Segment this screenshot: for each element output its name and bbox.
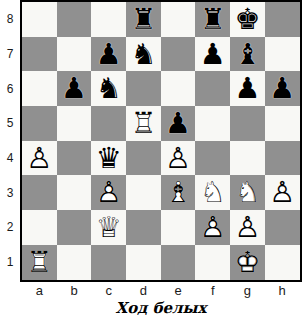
square-g1[interactable]: ♚♔ <box>230 245 265 280</box>
piece-black-pawn: ♟ <box>161 106 196 141</box>
square-b4[interactable] <box>57 141 92 176</box>
square-h6[interactable]: ♟ <box>265 71 300 106</box>
square-e3[interactable]: ♝♗ <box>161 175 196 210</box>
square-g4[interactable] <box>230 141 265 176</box>
rank-label-4: 4 <box>0 141 20 176</box>
piece-white-knight: ♞♘ <box>230 175 265 210</box>
piece-black-knight: ♞ <box>91 71 126 106</box>
square-f6[interactable] <box>195 71 230 106</box>
square-d5[interactable]: ♜♖ <box>126 106 161 141</box>
square-c5[interactable] <box>91 106 126 141</box>
square-c1[interactable] <box>91 245 126 280</box>
square-b8[interactable] <box>57 2 92 37</box>
square-h4[interactable] <box>265 141 300 176</box>
square-f2[interactable]: ♟♙ <box>195 210 230 245</box>
square-f1[interactable] <box>195 245 230 280</box>
square-b7[interactable] <box>57 37 92 72</box>
file-label-h: h <box>265 283 300 298</box>
square-d4[interactable] <box>126 141 161 176</box>
square-g6[interactable]: ♟ <box>230 71 265 106</box>
square-b1[interactable] <box>57 245 92 280</box>
square-a1[interactable]: ♜♖ <box>22 245 57 280</box>
square-f5[interactable] <box>195 106 230 141</box>
rank-label-2: 2 <box>0 210 20 245</box>
rank-labels: 87654321 <box>0 0 20 280</box>
square-f8[interactable]: ♜ <box>195 2 230 37</box>
square-f7[interactable]: ♟ <box>195 37 230 72</box>
file-label-d: d <box>126 283 161 298</box>
chess-diagram: 87654321 ♜♜♚♟♞♟♝♟♞♟♟♜♖♟♟♙♛♟♙♟♙♝♗♞♘♞♘♟♙♛♕… <box>0 0 302 320</box>
square-a3[interactable] <box>22 175 57 210</box>
square-g2[interactable]: ♟♙ <box>230 210 265 245</box>
file-label-a: a <box>22 283 57 298</box>
square-c2[interactable]: ♛♕ <box>91 210 126 245</box>
piece-black-pawn: ♟ <box>230 71 265 106</box>
square-h1[interactable] <box>265 245 300 280</box>
square-b5[interactable] <box>57 106 92 141</box>
file-label-b: b <box>57 283 92 298</box>
square-e1[interactable] <box>161 245 196 280</box>
square-c7[interactable]: ♟ <box>91 37 126 72</box>
square-g7[interactable]: ♝ <box>230 37 265 72</box>
square-h5[interactable] <box>265 106 300 141</box>
square-a5[interactable] <box>22 106 57 141</box>
square-g8[interactable]: ♚ <box>230 2 265 37</box>
square-f3[interactable]: ♞♘ <box>195 175 230 210</box>
rank-label-6: 6 <box>0 71 20 106</box>
square-d7[interactable]: ♞ <box>126 37 161 72</box>
square-a4[interactable]: ♟♙ <box>22 141 57 176</box>
square-d8[interactable]: ♜ <box>126 2 161 37</box>
piece-white-pawn: ♟♙ <box>230 210 265 245</box>
piece-white-rook: ♜♖ <box>22 245 57 280</box>
square-d2[interactable] <box>126 210 161 245</box>
piece-black-rook: ♜ <box>195 2 230 37</box>
piece-white-knight: ♞♘ <box>195 175 230 210</box>
piece-white-king: ♚♔ <box>230 245 265 280</box>
piece-black-bishop: ♝ <box>230 37 265 72</box>
piece-black-king: ♚ <box>230 2 265 37</box>
square-a6[interactable] <box>22 71 57 106</box>
square-d1[interactable] <box>126 245 161 280</box>
piece-black-pawn: ♟ <box>57 71 92 106</box>
square-e8[interactable] <box>161 2 196 37</box>
piece-white-rook: ♜♖ <box>126 106 161 141</box>
piece-white-pawn: ♟♙ <box>265 175 300 210</box>
rank-label-3: 3 <box>0 175 20 210</box>
square-a8[interactable] <box>22 2 57 37</box>
square-c6[interactable]: ♞ <box>91 71 126 106</box>
board: ♜♜♚♟♞♟♝♟♞♟♟♜♖♟♟♙♛♟♙♟♙♝♗♞♘♞♘♟♙♛♕♟♙♟♙♜♖♚♔ <box>20 0 302 282</box>
square-g3[interactable]: ♞♘ <box>230 175 265 210</box>
square-h8[interactable] <box>265 2 300 37</box>
file-label-c: c <box>91 283 126 298</box>
square-b6[interactable]: ♟ <box>57 71 92 106</box>
square-a7[interactable] <box>22 37 57 72</box>
rank-label-8: 8 <box>0 2 20 37</box>
rank-label-7: 7 <box>0 37 20 72</box>
square-b3[interactable] <box>57 175 92 210</box>
square-e5[interactable]: ♟ <box>161 106 196 141</box>
piece-black-rook: ♜ <box>126 2 161 37</box>
square-f4[interactable] <box>195 141 230 176</box>
square-h7[interactable] <box>265 37 300 72</box>
square-c3[interactable]: ♟♙ <box>91 175 126 210</box>
square-d6[interactable] <box>126 71 161 106</box>
square-e2[interactable] <box>161 210 196 245</box>
rank-label-1: 1 <box>0 245 20 280</box>
file-labels: abcdefgh <box>22 283 302 298</box>
square-c4[interactable]: ♛ <box>91 141 126 176</box>
square-b2[interactable] <box>57 210 92 245</box>
piece-black-pawn: ♟ <box>195 37 230 72</box>
square-g5[interactable] <box>230 106 265 141</box>
piece-white-pawn: ♟♙ <box>161 141 196 176</box>
piece-black-pawn: ♟ <box>91 37 126 72</box>
piece-white-pawn: ♟♙ <box>195 210 230 245</box>
piece-black-pawn: ♟ <box>265 71 300 106</box>
square-e6[interactable] <box>161 71 196 106</box>
file-label-f: f <box>195 283 230 298</box>
piece-white-queen: ♛♕ <box>91 210 126 245</box>
square-e7[interactable] <box>161 37 196 72</box>
piece-white-pawn: ♟♙ <box>22 141 57 176</box>
caption-move-indicator: Ход белых <box>20 299 302 317</box>
piece-white-bishop: ♝♗ <box>161 175 196 210</box>
file-label-g: g <box>230 283 265 298</box>
rank-label-5: 5 <box>0 106 20 141</box>
piece-black-queen: ♛ <box>91 141 126 176</box>
piece-white-pawn: ♟♙ <box>91 175 126 210</box>
square-h3[interactable]: ♟♙ <box>265 175 300 210</box>
square-c8[interactable] <box>91 2 126 37</box>
square-d3[interactable] <box>126 175 161 210</box>
square-h2[interactable] <box>265 210 300 245</box>
piece-black-knight: ♞ <box>126 37 161 72</box>
square-a2[interactable] <box>22 210 57 245</box>
file-label-e: e <box>161 283 196 298</box>
square-e4[interactable]: ♟♙ <box>161 141 196 176</box>
